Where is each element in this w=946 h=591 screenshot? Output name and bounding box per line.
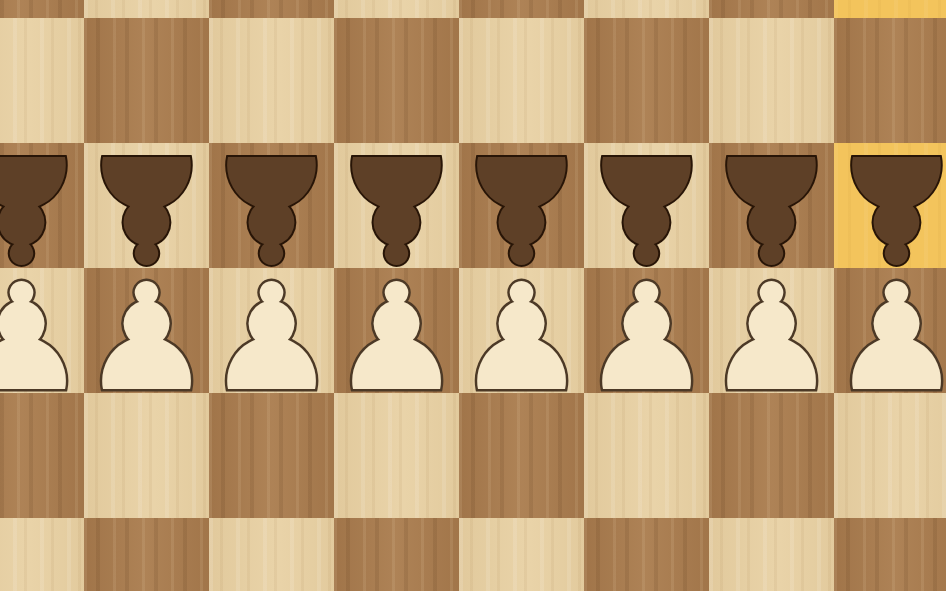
board-square[interactable] xyxy=(0,518,84,591)
white-pawn[interactable]: ♟ xyxy=(455,276,588,401)
board-square[interactable]: ♟ xyxy=(209,143,334,268)
board-square[interactable]: ♟ xyxy=(84,143,209,268)
board-square[interactable] xyxy=(709,393,834,518)
board-square[interactable] xyxy=(84,393,209,518)
board-square[interactable]: ♟ xyxy=(584,268,709,393)
board-square[interactable] xyxy=(209,393,334,518)
board-square[interactable]: ♟ xyxy=(334,143,459,268)
board-square-highlighted[interactable] xyxy=(834,0,946,18)
board-square[interactable]: ♟ xyxy=(584,143,709,268)
board-square[interactable] xyxy=(459,518,584,591)
board-square[interactable]: ♟ xyxy=(0,268,84,393)
board-square[interactable] xyxy=(584,0,709,18)
board-square[interactable] xyxy=(0,393,84,518)
board-square[interactable] xyxy=(84,0,209,18)
board-square[interactable]: ♟ xyxy=(334,268,459,393)
board-square[interactable]: ♟ xyxy=(834,268,946,393)
board-square[interactable]: ♟ xyxy=(459,268,584,393)
white-pawn[interactable]: ♟ xyxy=(0,276,88,401)
board-square[interactable] xyxy=(334,518,459,591)
board-square[interactable]: ♟ xyxy=(84,268,209,393)
board-square[interactable] xyxy=(209,518,334,591)
white-pawn[interactable]: ♟ xyxy=(205,276,338,401)
board-square[interactable] xyxy=(584,518,709,591)
board-square[interactable] xyxy=(0,0,84,18)
chess-board: ♟♟♟♟♟♟♟♟♟♟♟♟♟♟♟♟ xyxy=(0,0,946,591)
chess-board-viewport: ♟♟♟♟♟♟♟♟♟♟♟♟♟♟♟♟ xyxy=(0,0,946,591)
board-square[interactable] xyxy=(709,0,834,18)
board-square[interactable] xyxy=(584,393,709,518)
board-square[interactable] xyxy=(834,393,946,518)
white-pawn[interactable]: ♟ xyxy=(705,276,838,401)
board-square[interactable] xyxy=(459,393,584,518)
board-square[interactable] xyxy=(334,393,459,518)
white-pawn[interactable]: ♟ xyxy=(580,276,713,401)
board-square[interactable]: ♟ xyxy=(209,268,334,393)
board-square-highlighted[interactable]: ♟ xyxy=(834,143,946,268)
board-square[interactable]: ♟ xyxy=(709,268,834,393)
board-square[interactable] xyxy=(834,518,946,591)
board-square[interactable] xyxy=(334,0,459,18)
board-square[interactable] xyxy=(84,518,209,591)
board-square[interactable] xyxy=(459,0,584,18)
board-square[interactable]: ♟ xyxy=(0,143,84,268)
white-pawn[interactable]: ♟ xyxy=(330,276,463,401)
white-pawn[interactable]: ♟ xyxy=(830,276,946,401)
board-square[interactable] xyxy=(209,0,334,18)
board-square[interactable]: ♟ xyxy=(709,143,834,268)
board-square[interactable]: ♟ xyxy=(459,143,584,268)
board-square[interactable] xyxy=(709,518,834,591)
white-pawn[interactable]: ♟ xyxy=(80,276,213,401)
